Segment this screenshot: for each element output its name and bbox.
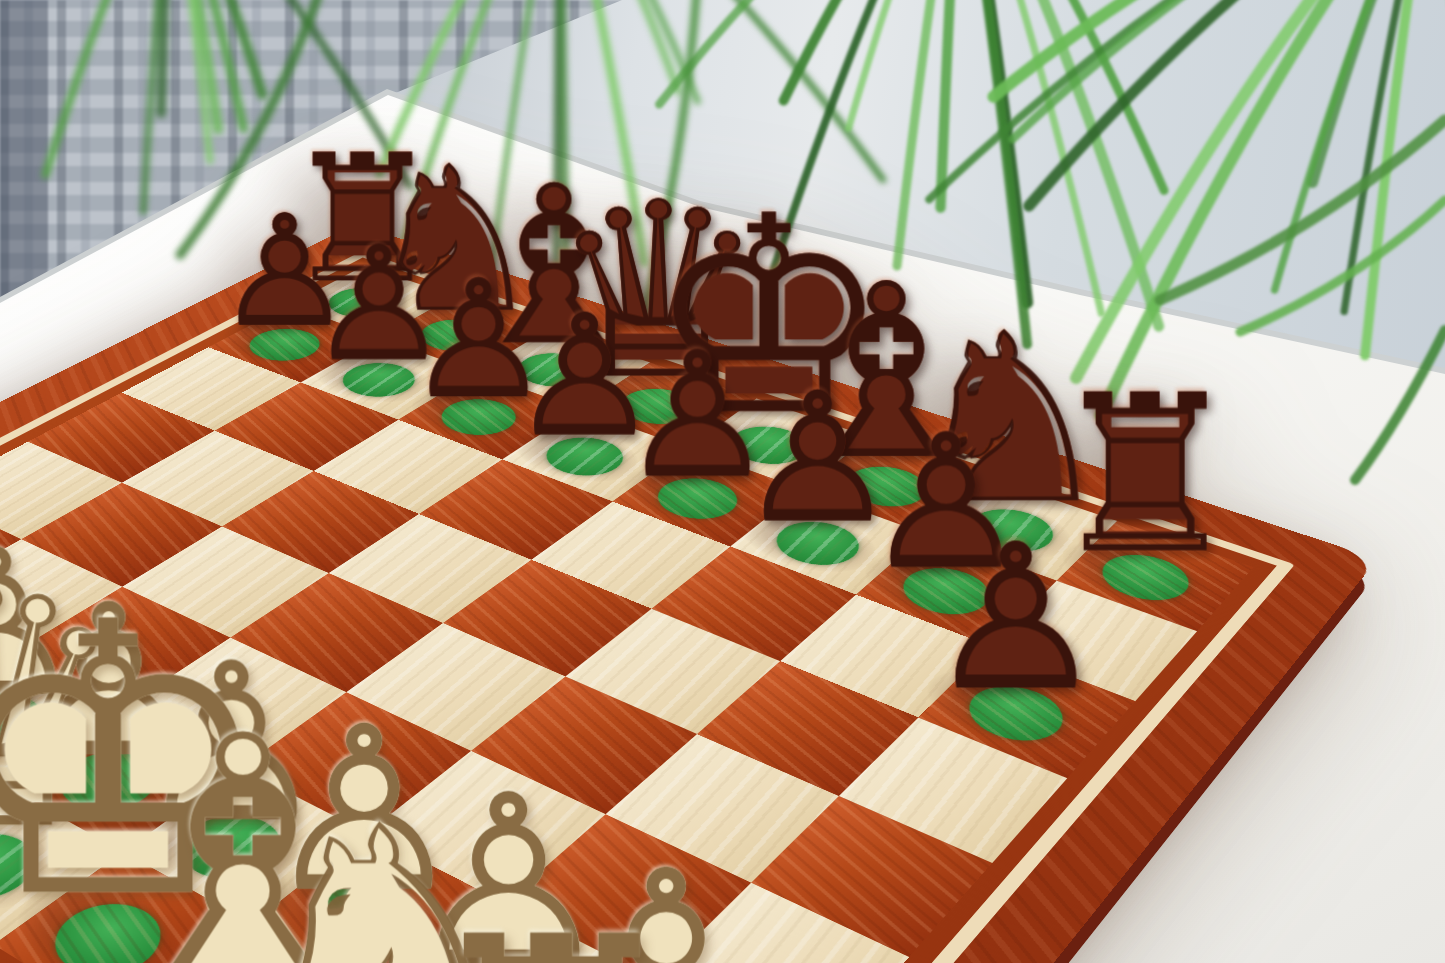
board-stage: ♜♖♞♘♝♗♛♕♚♔♝♗♞♘♜♖♟♙♟♙♟♙♟♙♟♙♟♙♟♙♟♙♟♙♟♙♟♙♟♙… (0, 0, 1445, 963)
piece-glyph-outline: ♙ (926, 517, 1107, 719)
chess-board: ♜♖♞♘♝♗♛♕♚♔♝♗♞♘♜♖♟♙♟♙♟♙♟♙♟♙♟♙♟♙♟♙♟♙♟♙♟♙♟♙… (0, 224, 1378, 963)
piece-glyph-outline: ♖ (412, 897, 692, 963)
